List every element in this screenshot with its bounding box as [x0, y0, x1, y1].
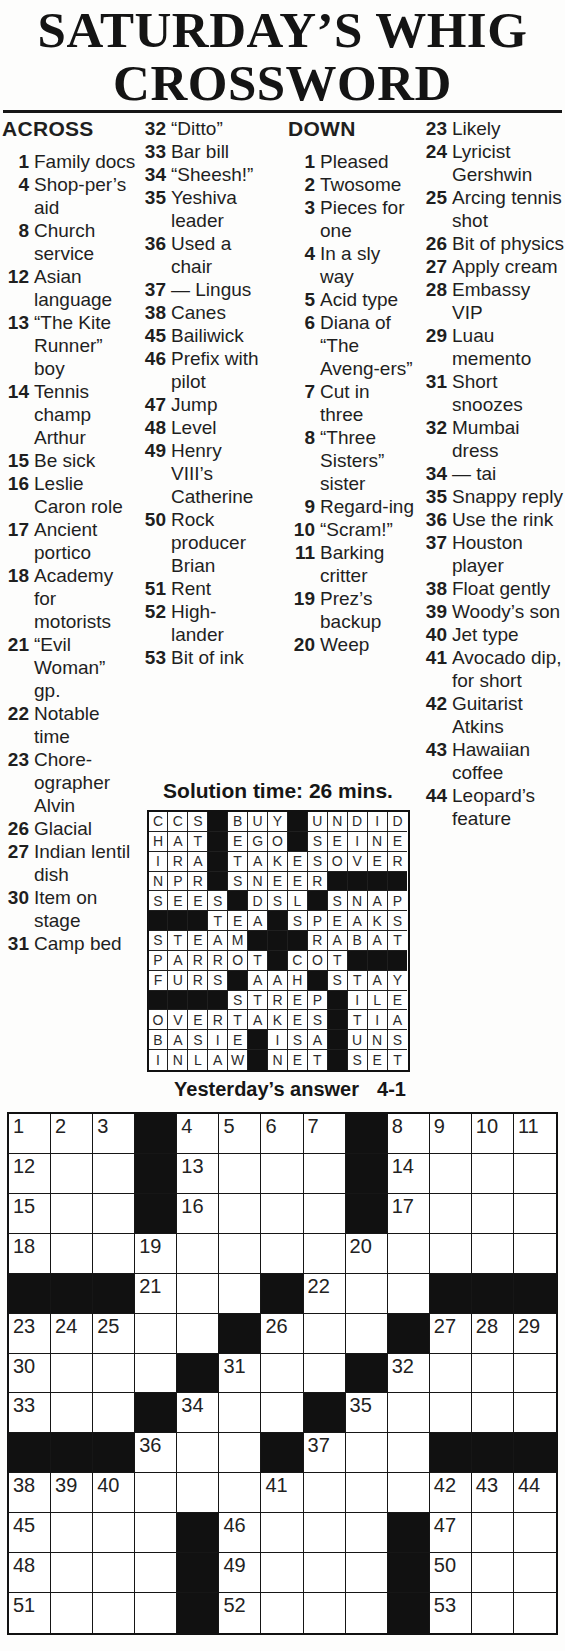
grid-cell[interactable] [177, 1234, 219, 1274]
black-cell [388, 1553, 430, 1593]
clue-text: “Ditto” [171, 117, 267, 140]
clue-text: Twosome [320, 173, 414, 196]
solution-letter-cell: P [308, 991, 328, 1011]
grid-cell[interactable] [346, 1473, 388, 1513]
grid-cell[interactable] [304, 1513, 346, 1553]
clue-across-23: 23Chore-ographer Alvin [2, 748, 136, 817]
black-cell [177, 1593, 219, 1633]
grid-cell[interactable] [430, 1354, 472, 1394]
grid-cell[interactable] [219, 1154, 261, 1194]
clue-down-37: 37Houston player [416, 531, 565, 577]
clue-down-10: 10“Scram!” [276, 518, 414, 541]
solution-black-cell [368, 872, 388, 892]
clue-across-35: 35Yeshiva leader [139, 186, 267, 232]
grid-cell[interactable] [261, 1553, 303, 1593]
grid-cell[interactable]: 15 [9, 1194, 51, 1234]
grid-cell[interactable]: 4 [177, 1114, 219, 1154]
grid-cell[interactable]: 22 [304, 1274, 346, 1314]
clue-number: 35 [139, 186, 171, 232]
clue-down-32: 32Mumbai dress [416, 416, 565, 462]
solution-letter-cell: R [308, 872, 328, 892]
grid-cell[interactable]: 44 [514, 1473, 556, 1513]
grid-cell[interactable] [346, 1593, 388, 1633]
clue-across-52: 52High-lander [139, 600, 267, 646]
clue-text: Apply cream [452, 255, 565, 278]
clue-down-35: 35Snappy reply [416, 485, 565, 508]
grid-cell[interactable]: 3 [93, 1114, 135, 1154]
clue-text: “Three Sisters” sister [320, 426, 414, 495]
black-cell [135, 1114, 177, 1154]
solution-letter-cell: E [268, 872, 288, 892]
grid-cell[interactable] [346, 1314, 388, 1354]
grid-cell[interactable] [514, 1553, 556, 1593]
black-cell [177, 1354, 219, 1394]
solution-black-cell [328, 872, 348, 892]
solution-letter-cell: S [308, 832, 328, 852]
grid-cell[interactable] [514, 1234, 556, 1274]
grid-cell[interactable]: 45 [9, 1513, 51, 1553]
grid-cell[interactable] [388, 1393, 430, 1433]
grid-cell[interactable] [472, 1354, 514, 1394]
grid-cell[interactable] [430, 1234, 472, 1274]
grid-cell[interactable]: 21 [135, 1274, 177, 1314]
solution-black-cell [248, 1030, 268, 1050]
grid-cell[interactable]: 41 [261, 1473, 303, 1513]
grid-cell[interactable]: 36 [135, 1433, 177, 1473]
grid-cell[interactable]: 38 [9, 1473, 51, 1513]
grid-cell[interactable]: 16 [177, 1194, 219, 1234]
grid-cell[interactable]: 40 [93, 1473, 135, 1513]
grid-cell[interactable]: 25 [93, 1314, 135, 1354]
grid-cell[interactable] [472, 1553, 514, 1593]
grid-cell[interactable] [514, 1194, 556, 1234]
solution-letter-cell: E [188, 1010, 208, 1030]
solution-letter-cell: D [248, 891, 268, 911]
clue-across-34: 34“Sheesh!” [139, 163, 267, 186]
solution-letter-cell: T [388, 931, 408, 951]
black-cell [472, 1433, 514, 1473]
grid-cell[interactable] [93, 1354, 135, 1394]
grid-cell[interactable] [472, 1593, 514, 1633]
grid-cell[interactable] [346, 1513, 388, 1553]
grid-cell[interactable] [51, 1513, 93, 1553]
grid-cell[interactable]: 14 [388, 1154, 430, 1194]
grid-cell[interactable]: 42 [430, 1473, 472, 1513]
grid-cell[interactable] [261, 1154, 303, 1194]
grid-cell[interactable] [304, 1234, 346, 1274]
clue-down-26: 26Bit of physics [416, 232, 565, 255]
solution-letter-cell: T [168, 931, 188, 951]
solution-letter-cell: Y [268, 812, 288, 832]
grid-cell[interactable] [93, 1154, 135, 1194]
grid-cell[interactable] [472, 1154, 514, 1194]
clue-text: Rock producer Brian [171, 508, 267, 577]
black-cell [430, 1274, 472, 1314]
grid-cell[interactable] [219, 1473, 261, 1513]
grid-cell[interactable]: 50 [430, 1553, 472, 1593]
clue-text: Shop-per’s aid [34, 173, 136, 219]
grid-cell[interactable]: 28 [472, 1314, 514, 1354]
grid-cell[interactable]: 52 [219, 1593, 261, 1633]
grid-cell[interactable] [51, 1593, 93, 1633]
grid-cell[interactable]: 20 [346, 1234, 388, 1274]
grid-cell[interactable] [261, 1513, 303, 1553]
clue-number: 24 [416, 140, 452, 186]
grid-cell[interactable] [388, 1234, 430, 1274]
clue-number: 2 [276, 173, 320, 196]
grid-cell[interactable]: 32 [388, 1354, 430, 1394]
clue-across-18: 18Academy for motorists [2, 564, 136, 633]
grid-cell[interactable]: 9 [430, 1114, 472, 1154]
clue-down-38: 38Float gently [416, 577, 565, 600]
grid-cell[interactable] [346, 1433, 388, 1473]
solution-letter-cell: I [348, 991, 368, 1011]
grid-cell[interactable] [135, 1473, 177, 1513]
black-cell [261, 1274, 303, 1314]
grid-cell[interactable] [219, 1274, 261, 1314]
clue-across-51: 51Rent [139, 577, 267, 600]
solution-letter-cell: T [328, 951, 348, 971]
grid-cell[interactable] [261, 1354, 303, 1394]
clue-text: Float gently [452, 577, 565, 600]
solution-black-cell [268, 911, 288, 931]
grid-cell[interactable]: 10 [472, 1114, 514, 1154]
grid-cell[interactable] [135, 1593, 177, 1633]
solution-letter-cell: S [208, 891, 228, 911]
grid-cell[interactable] [135, 1513, 177, 1553]
solution-black-cell [388, 872, 408, 892]
grid-cell[interactable] [93, 1393, 135, 1433]
grid-cell[interactable] [219, 1393, 261, 1433]
grid-cell[interactable] [346, 1274, 388, 1314]
black-cell [472, 1274, 514, 1314]
clue-text: Used a chair [171, 232, 267, 278]
solution-letter-cell: S [348, 1050, 368, 1070]
clue-down-31: 31Short snoozes [416, 370, 565, 416]
grid-cell[interactable]: 8 [388, 1114, 430, 1154]
solution-black-cell [268, 951, 288, 971]
solution-letter-cell: S [149, 891, 169, 911]
black-cell [135, 1194, 177, 1234]
clue-number: 23 [416, 117, 452, 140]
grid-cell[interactable]: 26 [261, 1314, 303, 1354]
grid-cell[interactable]: 43 [472, 1473, 514, 1513]
solution-letter-cell: T [308, 1050, 328, 1070]
grid-cell[interactable] [93, 1234, 135, 1274]
solution-black-cell [208, 872, 228, 892]
solution-black-cell [208, 832, 228, 852]
solution-letter-cell: E [368, 852, 388, 872]
solution-letter-cell: R [208, 1010, 228, 1030]
clue-text: “Evil Woman” gp. [34, 633, 136, 702]
clue-text: Cut in three [320, 380, 414, 426]
title-divider [3, 110, 562, 113]
clue-text: “Scram!” [320, 518, 414, 541]
grid-cell[interactable] [261, 1393, 303, 1433]
grid-cell[interactable]: 47 [430, 1513, 472, 1553]
black-cell [346, 1114, 388, 1154]
clue-number: 32 [416, 416, 452, 462]
grid-cell[interactable] [93, 1513, 135, 1553]
clue-number: 30 [2, 886, 34, 932]
grid-cell[interactable]: 13 [177, 1154, 219, 1194]
clue-across-38: 38Canes [139, 301, 267, 324]
grid-cell[interactable] [304, 1314, 346, 1354]
solution-letter-cell: S [308, 852, 328, 872]
clue-number: 22 [2, 702, 34, 748]
black-cell [93, 1274, 135, 1314]
grid-cell[interactable] [304, 1154, 346, 1194]
grid-cell[interactable] [93, 1553, 135, 1593]
grid-cell[interactable] [261, 1194, 303, 1234]
clue-text: Church service [34, 219, 136, 265]
grid-cell[interactable]: 48 [9, 1553, 51, 1593]
solution-letter-cell: B [149, 1030, 169, 1050]
clue-number: 38 [416, 577, 452, 600]
solution-letter-cell: A [348, 911, 368, 931]
solution-letter-cell: A [308, 1030, 328, 1050]
grid-cell[interactable]: 7 [304, 1114, 346, 1154]
clue-number: 8 [2, 219, 34, 265]
grid-cell[interactable] [51, 1553, 93, 1593]
grid-cell[interactable] [472, 1513, 514, 1553]
grid-cell[interactable] [472, 1194, 514, 1234]
grid-cell[interactable] [51, 1354, 93, 1394]
clue-text: Leopard’s feature [452, 784, 565, 830]
clue-number: 44 [416, 784, 452, 830]
grid-cell[interactable] [51, 1194, 93, 1234]
grid-cell[interactable] [135, 1354, 177, 1394]
grid-cell[interactable] [304, 1354, 346, 1394]
grid-cell[interactable]: 5 [219, 1114, 261, 1154]
grid-cell[interactable] [261, 1593, 303, 1633]
black-cell [346, 1194, 388, 1234]
clue-down-2: 2Twosome [276, 173, 414, 196]
black-cell [9, 1433, 51, 1473]
solution-letter-cell: N [248, 872, 268, 892]
grid-cell[interactable]: 11 [514, 1114, 556, 1154]
solution-letter-cell: I [268, 1030, 288, 1050]
grid-cell[interactable]: 29 [514, 1314, 556, 1354]
page-title: SATURDAY’S WHIG CROSSWORD [0, 4, 565, 110]
solution-letter-cell: E [288, 1050, 308, 1070]
grid-cell[interactable]: 37 [304, 1433, 346, 1473]
grid-cell[interactable] [51, 1154, 93, 1194]
grid-cell[interactable] [304, 1593, 346, 1633]
clue-down-6: 6Diana of “The Aveng-ers” [276, 311, 414, 380]
clue-number: 27 [416, 255, 452, 278]
solution-black-cell [288, 832, 308, 852]
grid-cell[interactable]: 33 [9, 1393, 51, 1433]
solution-black-cell [228, 891, 248, 911]
grid-cell[interactable] [135, 1314, 177, 1354]
black-cell [388, 1314, 430, 1354]
grid-cell[interactable]: 6 [261, 1114, 303, 1154]
clue-number: 53 [139, 646, 171, 669]
grid-cell[interactable] [472, 1393, 514, 1433]
clue-down-23: 23Likely [416, 117, 565, 140]
grid-cell[interactable]: 34 [177, 1393, 219, 1433]
solution-letter-cell: T [228, 1010, 248, 1030]
grid-cell[interactable] [430, 1393, 472, 1433]
grid-cell[interactable]: 51 [9, 1593, 51, 1633]
grid-cell[interactable]: 2 [51, 1114, 93, 1154]
clue-number: 14 [2, 380, 34, 449]
clue-number: 20 [276, 633, 320, 656]
clue-number: 18 [2, 564, 34, 633]
grid-cell[interactable]: 18 [9, 1234, 51, 1274]
clue-text: Indian lentil dish [34, 840, 136, 886]
clue-text: Asian language [34, 265, 136, 311]
grid-cell[interactable] [304, 1553, 346, 1593]
grid-cell[interactable] [388, 1473, 430, 1513]
across-header: ACROSS [2, 117, 136, 141]
clue-number: 4 [2, 173, 34, 219]
grid-cell[interactable] [177, 1473, 219, 1513]
grid-cell[interactable] [430, 1154, 472, 1194]
solution-letter-cell: B [228, 812, 248, 832]
solution-letter-cell: S [308, 1010, 328, 1030]
yesterday-answer-text: Yesterday’s answer [174, 1078, 359, 1100]
grid-cell[interactable] [388, 1274, 430, 1314]
clue-text: Ancient portico [34, 518, 136, 564]
grid-cell[interactable]: 35 [346, 1393, 388, 1433]
solution-letter-cell: E [328, 832, 348, 852]
solution-letter-cell: I [149, 852, 169, 872]
clue-text: Camp bed [34, 932, 136, 955]
solution-letter-cell: H [149, 832, 169, 852]
solution-letter-cell: E [228, 1030, 248, 1050]
grid-cell[interactable]: 27 [430, 1314, 472, 1354]
grid-cell[interactable]: 49 [219, 1553, 261, 1593]
solution-letter-cell: A [168, 832, 188, 852]
solution-letter-cell: N [268, 1050, 288, 1070]
grid-cell[interactable] [514, 1513, 556, 1553]
solution-letter-cell: M [228, 931, 248, 951]
solution-letter-cell: K [268, 852, 288, 872]
solution-letter-cell: N [368, 1030, 388, 1050]
solution-letter-cell: F [149, 971, 169, 991]
grid-cell[interactable] [261, 1234, 303, 1274]
grid-cell[interactable] [304, 1473, 346, 1513]
clue-text: Rent [171, 577, 267, 600]
solution-letter-cell: S [288, 911, 308, 931]
clue-number: 36 [139, 232, 171, 278]
solution-letter-cell: N [368, 832, 388, 852]
black-cell [219, 1314, 261, 1354]
grid-cell[interactable]: 31 [219, 1354, 261, 1394]
solution-letter-cell: V [348, 852, 368, 872]
grid-cell[interactable] [51, 1393, 93, 1433]
solution-letter-cell: A [368, 931, 388, 951]
grid-cell[interactable] [304, 1194, 346, 1234]
grid-cell[interactable]: 12 [9, 1154, 51, 1194]
clue-number: 8 [276, 426, 320, 495]
grid-cell[interactable] [219, 1234, 261, 1274]
solution-letter-cell: K [268, 1010, 288, 1030]
solution-letter-cell: L [368, 991, 388, 1011]
grid-cell[interactable] [177, 1314, 219, 1354]
solution-letter-cell: S [328, 891, 348, 911]
clue-number: 39 [416, 600, 452, 623]
clue-number: 27 [2, 840, 34, 886]
clue-text: Snappy reply [452, 485, 565, 508]
grid-cell[interactable] [93, 1593, 135, 1633]
solution-letter-cell: A [388, 1010, 408, 1030]
grid-cell[interactable]: 19 [135, 1234, 177, 1274]
grid-cell[interactable] [514, 1393, 556, 1433]
grid-cell[interactable] [514, 1154, 556, 1194]
solution-black-cell [208, 812, 228, 832]
grid-cell[interactable] [93, 1194, 135, 1234]
grid-cell[interactable] [388, 1433, 430, 1473]
solution-black-cell [268, 931, 288, 951]
grid-cell[interactable]: 39 [51, 1473, 93, 1513]
grid-cell[interactable] [514, 1593, 556, 1633]
grid-cell[interactable] [219, 1433, 261, 1473]
grid-cell[interactable]: 1 [9, 1114, 51, 1154]
down-header: DOWN [288, 117, 414, 141]
grid-cell[interactable]: 24 [51, 1314, 93, 1354]
grid-cell[interactable]: 53 [430, 1593, 472, 1633]
solution-black-cell [168, 991, 188, 1011]
solution-black-cell [188, 911, 208, 931]
clue-text: Chore-ographer Alvin [34, 748, 136, 817]
clue-number: 51 [139, 577, 171, 600]
clue-number: 25 [416, 186, 452, 232]
grid-cell[interactable]: 17 [388, 1194, 430, 1234]
grid-cell[interactable] [135, 1553, 177, 1593]
solution-black-cell [308, 891, 328, 911]
grid-cell[interactable] [51, 1234, 93, 1274]
clue-down-8: 8“Three Sisters” sister [276, 426, 414, 495]
clue-down-40: 40Jet type [416, 623, 565, 646]
solution-letter-cell: S [388, 911, 408, 931]
clue-number: 13 [2, 311, 34, 380]
clue-number: 47 [139, 393, 171, 416]
black-cell [346, 1354, 388, 1394]
solution-letter-cell: I [149, 1050, 169, 1070]
solution-letter-cell: E [288, 991, 308, 1011]
grid-cell[interactable] [219, 1194, 261, 1234]
clue-number: 7 [276, 380, 320, 426]
grid-cell[interactable]: 46 [219, 1513, 261, 1553]
black-cell [135, 1393, 177, 1433]
solution-letter-cell: N [328, 812, 348, 832]
clue-across-50: 50Rock producer Brian [139, 508, 267, 577]
grid-cell[interactable] [430, 1194, 472, 1234]
grid-cell[interactable]: 23 [9, 1314, 51, 1354]
clue-text: Yeshiva leader [171, 186, 267, 232]
solution-letter-cell: E [388, 991, 408, 1011]
clue-across-46: 46Prefix with pilot [139, 347, 267, 393]
clue-text: Pleased [320, 150, 414, 173]
solution-black-cell [328, 1010, 348, 1030]
solution-letter-cell: T [348, 971, 368, 991]
clue-text: Item on stage [34, 886, 136, 932]
grid-cell[interactable]: 30 [9, 1354, 51, 1394]
grid-cell[interactable] [346, 1553, 388, 1593]
yesterday-answer-label: Yesterday’s answer4-1 [142, 1078, 414, 1101]
grid-cell[interactable] [177, 1274, 219, 1314]
solution-letter-cell: V [168, 1010, 188, 1030]
grid-cell[interactable] [514, 1354, 556, 1394]
grid-cell[interactable] [177, 1433, 219, 1473]
solution-letter-cell: C [288, 951, 308, 971]
grid-cell[interactable] [472, 1234, 514, 1274]
clue-number: 45 [139, 324, 171, 347]
clue-number: 29 [416, 324, 452, 370]
